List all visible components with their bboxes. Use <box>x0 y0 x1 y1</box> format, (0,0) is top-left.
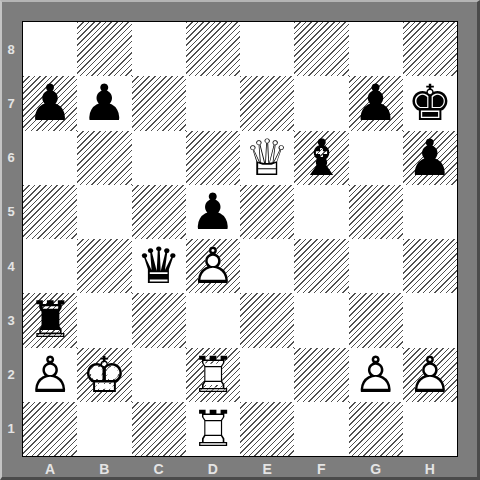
square-e8[interactable] <box>240 22 294 76</box>
square-b5[interactable] <box>77 185 131 239</box>
square-h2[interactable]: ♟♙ <box>403 348 457 402</box>
piece-glyph: ♚ <box>403 76 457 130</box>
piece-black-bishop[interactable]: ♝ <box>294 131 348 185</box>
square-a8[interactable] <box>23 22 77 76</box>
piece-black-queen[interactable]: ♛ <box>132 239 186 293</box>
square-g2[interactable]: ♟♙ <box>349 348 403 402</box>
piece-white-rook[interactable]: ♜♖ <box>186 348 240 402</box>
piece-glyph: ♝ <box>294 131 348 185</box>
piece-glyph: ♟ <box>186 185 240 239</box>
square-f2[interactable] <box>294 348 348 402</box>
square-c4[interactable]: ♛ <box>132 239 186 293</box>
square-e3[interactable] <box>240 293 294 347</box>
piece-black-pawn[interactable]: ♟ <box>349 76 403 130</box>
piece-white-queen[interactable]: ♛♕ <box>240 131 294 185</box>
square-c6[interactable] <box>132 131 186 185</box>
square-e6[interactable]: ♛♕ <box>240 131 294 185</box>
square-a2[interactable]: ♟♙ <box>23 348 77 402</box>
rank-label-6: 6 <box>0 131 22 185</box>
piece-glyph: ♕ <box>240 131 294 185</box>
file-label-g: G <box>349 458 403 480</box>
square-b7[interactable]: ♟ <box>77 76 131 130</box>
square-e1[interactable] <box>240 402 294 456</box>
piece-glyph: ♔ <box>77 348 131 402</box>
file-label-a: A <box>23 458 77 480</box>
piece-white-pawn[interactable]: ♟♙ <box>349 348 403 402</box>
file-label-b: B <box>77 458 131 480</box>
piece-black-rook[interactable]: ♜ <box>23 293 77 347</box>
rank-labels: 87654321 <box>0 22 22 456</box>
square-d7[interactable] <box>186 76 240 130</box>
file-labels: ABCDEFGH <box>23 458 457 480</box>
piece-white-king[interactable]: ♚♔ <box>77 348 131 402</box>
piece-glyph: ♟ <box>77 76 131 130</box>
piece-glyph: ♜ <box>23 293 77 347</box>
piece-white-pawn[interactable]: ♟♙ <box>403 348 457 402</box>
piece-black-pawn[interactable]: ♟ <box>77 76 131 130</box>
square-g8[interactable] <box>349 22 403 76</box>
square-h5[interactable] <box>403 185 457 239</box>
rank-label-8: 8 <box>0 22 22 76</box>
piece-glyph: ♙ <box>186 239 240 293</box>
rank-label-3: 3 <box>0 293 22 347</box>
square-h3[interactable] <box>403 293 457 347</box>
square-a7[interactable]: ♟ <box>23 76 77 130</box>
square-g5[interactable] <box>349 185 403 239</box>
file-label-f: F <box>294 458 348 480</box>
square-c8[interactable] <box>132 22 186 76</box>
rank-label-5: 5 <box>0 185 22 239</box>
square-b4[interactable] <box>77 239 131 293</box>
square-f5[interactable] <box>294 185 348 239</box>
square-c2[interactable] <box>132 348 186 402</box>
square-b1[interactable] <box>77 402 131 456</box>
rank-label-7: 7 <box>0 76 22 130</box>
square-a5[interactable] <box>23 185 77 239</box>
file-label-d: D <box>186 458 240 480</box>
square-c7[interactable] <box>132 76 186 130</box>
square-d5[interactable]: ♟ <box>186 185 240 239</box>
square-h1[interactable] <box>403 402 457 456</box>
square-g4[interactable] <box>349 239 403 293</box>
square-d6[interactable] <box>186 131 240 185</box>
piece-black-pawn[interactable]: ♟ <box>403 131 457 185</box>
square-f7[interactable] <box>294 76 348 130</box>
piece-glyph: ♖ <box>186 402 240 456</box>
rank-label-2: 2 <box>0 348 22 402</box>
piece-black-king[interactable]: ♚ <box>403 76 457 130</box>
square-f3[interactable] <box>294 293 348 347</box>
square-c3[interactable] <box>132 293 186 347</box>
square-c1[interactable] <box>132 402 186 456</box>
square-g7[interactable]: ♟ <box>349 76 403 130</box>
piece-glyph: ♙ <box>403 348 457 402</box>
square-b8[interactable] <box>77 22 131 76</box>
chess-board[interactable]: ♟♟♟♚♛♕♝♟♟♛♟♙♜♟♙♚♔♜♖♟♙♟♙♜♖ <box>22 21 458 457</box>
square-h7[interactable]: ♚ <box>403 76 457 130</box>
file-label-e: E <box>240 458 294 480</box>
rank-label-4: 4 <box>0 239 22 293</box>
square-h6[interactable]: ♟ <box>403 131 457 185</box>
square-b3[interactable] <box>77 293 131 347</box>
piece-glyph: ♙ <box>23 348 77 402</box>
square-d8[interactable] <box>186 22 240 76</box>
piece-black-pawn[interactable]: ♟ <box>23 76 77 130</box>
piece-glyph: ♟ <box>23 76 77 130</box>
square-b2[interactable]: ♚♔ <box>77 348 131 402</box>
square-a4[interactable] <box>23 239 77 293</box>
square-a6[interactable] <box>23 131 77 185</box>
square-f8[interactable] <box>294 22 348 76</box>
board-frame: 87654321 ♟♟♟♚♛♕♝♟♟♛♟♙♜♟♙♚♔♜♖♟♙♟♙♜♖ ABCDE… <box>0 0 480 480</box>
square-b6[interactable] <box>77 131 131 185</box>
square-h4[interactable] <box>403 239 457 293</box>
square-h8[interactable] <box>403 22 457 76</box>
file-label-c: C <box>132 458 186 480</box>
piece-white-pawn[interactable]: ♟♙ <box>23 348 77 402</box>
square-e4[interactable] <box>240 239 294 293</box>
piece-white-pawn[interactable]: ♟♙ <box>186 239 240 293</box>
square-d4[interactable]: ♟♙ <box>186 239 240 293</box>
square-a1[interactable] <box>23 402 77 456</box>
file-label-h: H <box>403 458 457 480</box>
piece-glyph: ♙ <box>349 348 403 402</box>
square-g3[interactable] <box>349 293 403 347</box>
square-d1[interactable]: ♜♖ <box>186 402 240 456</box>
square-g6[interactable] <box>349 131 403 185</box>
piece-white-rook[interactable]: ♜♖ <box>186 402 240 456</box>
square-g1[interactable] <box>349 402 403 456</box>
piece-glyph: ♖ <box>186 348 240 402</box>
square-e7[interactable] <box>240 76 294 130</box>
square-f6[interactable]: ♝ <box>294 131 348 185</box>
square-e5[interactable] <box>240 185 294 239</box>
square-d3[interactable] <box>186 293 240 347</box>
square-a3[interactable]: ♜ <box>23 293 77 347</box>
square-c5[interactable] <box>132 185 186 239</box>
piece-black-pawn[interactable]: ♟ <box>186 185 240 239</box>
square-f4[interactable] <box>294 239 348 293</box>
piece-glyph: ♟ <box>349 76 403 130</box>
square-f1[interactable] <box>294 402 348 456</box>
square-e2[interactable] <box>240 348 294 402</box>
square-d2[interactable]: ♜♖ <box>186 348 240 402</box>
piece-glyph: ♛ <box>132 239 186 293</box>
piece-glyph: ♟ <box>403 131 457 185</box>
rank-label-1: 1 <box>0 402 22 456</box>
